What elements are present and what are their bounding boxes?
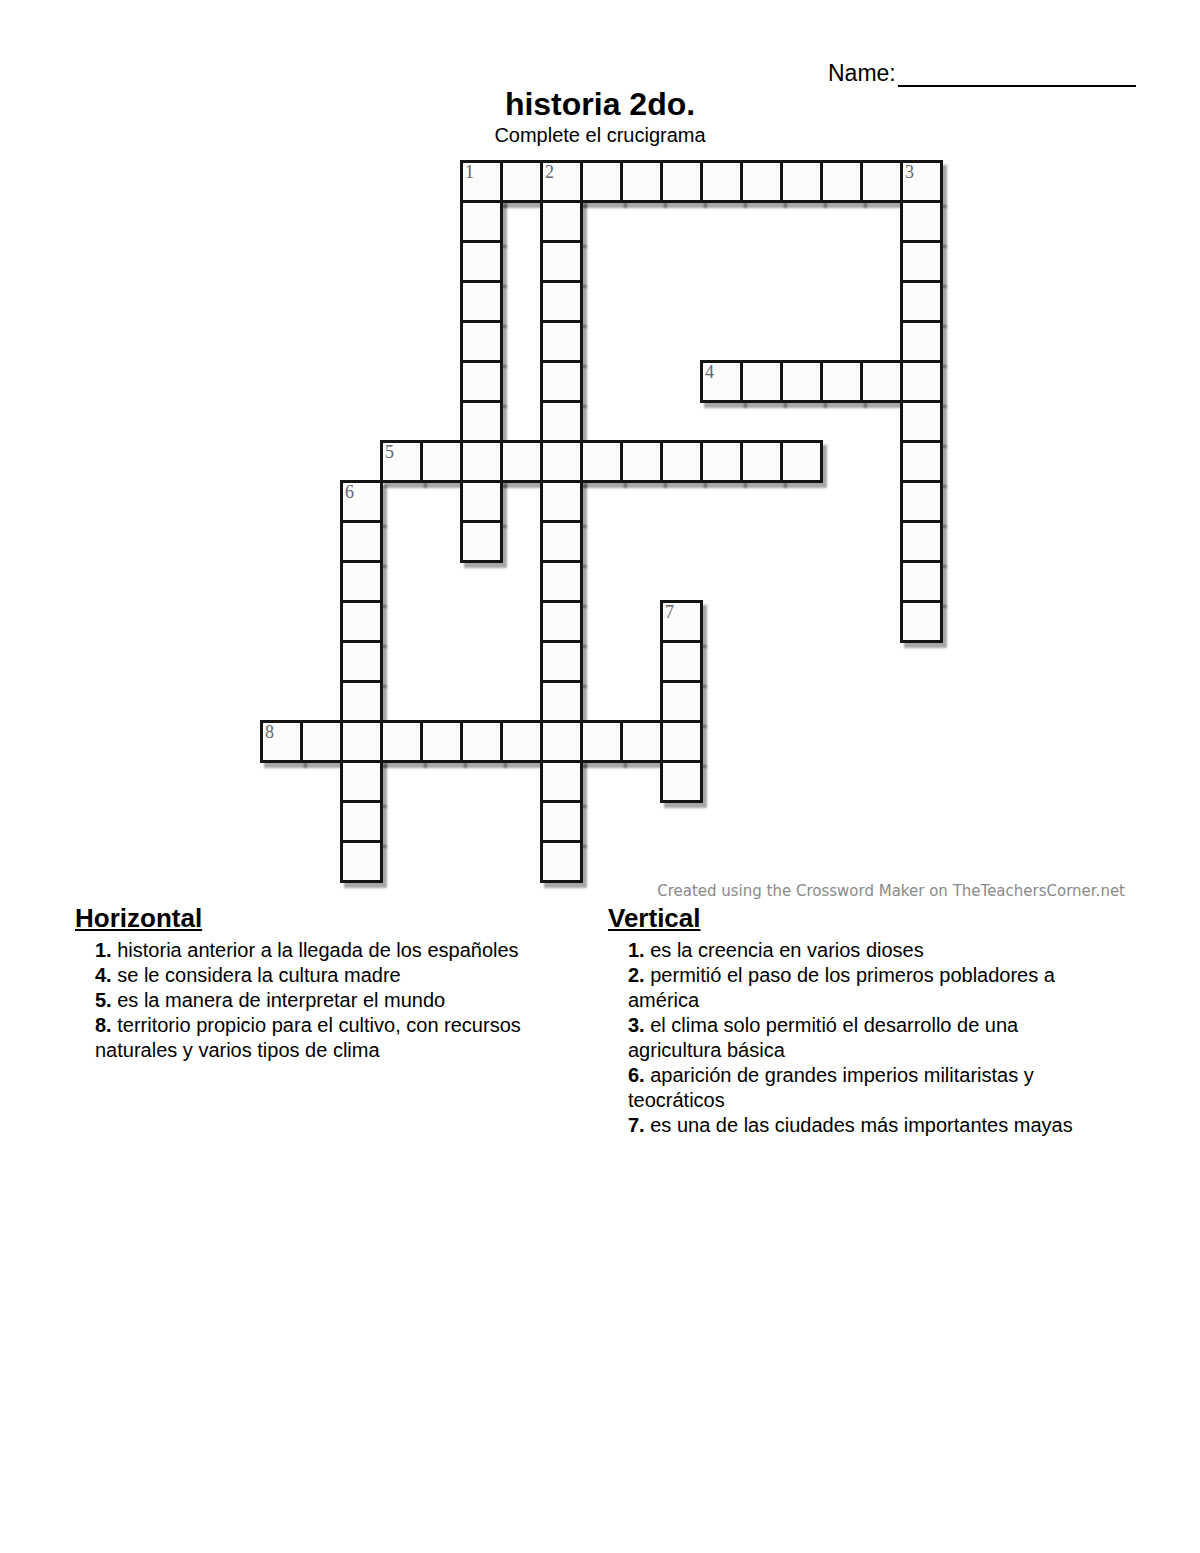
crossword-cell[interactable] <box>740 440 783 483</box>
crossword-cell[interactable] <box>900 440 943 483</box>
crossword-cell[interactable] <box>380 720 423 763</box>
crossword-cell[interactable] <box>340 760 383 803</box>
crossword-cell[interactable] <box>460 320 503 363</box>
crossword-cell[interactable] <box>860 360 903 403</box>
page-subtitle: Complete el crucigrama <box>0 124 1200 147</box>
clue-item-number: 6. <box>628 1064 645 1086</box>
crossword-cell[interactable] <box>900 200 943 243</box>
crossword-cell[interactable]: 4 <box>700 360 743 403</box>
crossword-cell[interactable] <box>540 720 583 763</box>
crossword-cell[interactable] <box>660 160 703 203</box>
crossword-cell[interactable] <box>660 760 703 803</box>
crossword-cell[interactable] <box>660 680 703 723</box>
name-blank-line[interactable] <box>898 61 1136 87</box>
down-clue-list: 1. es la creencia en varios dioses2. per… <box>628 938 1088 1138</box>
clue-item-number: 2. <box>628 964 645 986</box>
crossword-cell[interactable] <box>860 160 903 203</box>
crossword-cell[interactable] <box>500 160 543 203</box>
down-clues-section: Vertical 1. es la creencia en varios dio… <box>608 903 1098 1138</box>
crossword-cell[interactable] <box>820 160 863 203</box>
clue-item-number: 1. <box>628 939 645 961</box>
clue-item: 6. aparición de grandes imperios militar… <box>628 1063 1088 1113</box>
crossword-cell[interactable] <box>700 440 743 483</box>
crossword-cell[interactable] <box>900 360 943 403</box>
name-label: Name: <box>828 60 896 87</box>
clue-number: 1 <box>465 163 474 182</box>
down-heading: Vertical <box>608 903 1098 934</box>
crossword-cell[interactable] <box>500 720 543 763</box>
crossword-cell[interactable]: 6 <box>340 480 383 523</box>
crossword-cell[interactable] <box>540 440 583 483</box>
crossword-cell[interactable] <box>540 360 583 403</box>
crossword-cell[interactable] <box>900 320 943 363</box>
crossword-cell[interactable] <box>420 440 463 483</box>
clue-item: 2. permitió el paso de los primeros pobl… <box>628 963 1088 1013</box>
crossword-cell[interactable] <box>420 720 463 763</box>
across-clue-list: 1. historia anterior a la llegada de los… <box>95 938 555 1063</box>
crossword-cell[interactable] <box>540 680 583 723</box>
crossword-cell[interactable] <box>460 440 503 483</box>
crossword-cell[interactable] <box>900 520 943 563</box>
clue-number: 4 <box>705 363 714 382</box>
crossword-cell[interactable] <box>900 280 943 323</box>
crossword-cell[interactable] <box>540 640 583 683</box>
credit-line: Created using the Crossword Maker on The… <box>565 882 1125 900</box>
clue-item: 1. historia anterior a la llegada de los… <box>95 938 555 963</box>
crossword-cell[interactable] <box>900 240 943 283</box>
clue-item-number: 5. <box>95 989 112 1011</box>
crossword-cell[interactable] <box>460 400 503 443</box>
crossword-cell[interactable] <box>900 600 943 643</box>
crossword-cell[interactable] <box>780 440 823 483</box>
name-row: Name: <box>828 60 1136 87</box>
crossword-cell[interactable]: 3 <box>900 160 943 203</box>
crossword-cell[interactable] <box>820 360 863 403</box>
across-heading: Horizontal <box>75 903 565 934</box>
crossword-cell[interactable] <box>620 440 663 483</box>
crossword-cell[interactable] <box>540 600 583 643</box>
crossword-cell[interactable]: 8 <box>260 720 303 763</box>
clue-number: 7 <box>665 603 674 622</box>
crossword-cell[interactable]: 1 <box>460 160 503 203</box>
clue-number: 2 <box>545 163 554 182</box>
crossword-cell[interactable] <box>540 840 583 883</box>
crossword-cell[interactable] <box>900 480 943 523</box>
crossword-cell[interactable] <box>460 720 503 763</box>
crossword-cell[interactable] <box>540 240 583 283</box>
crossword-cell[interactable] <box>580 160 623 203</box>
crossword-cell[interactable] <box>460 520 503 563</box>
crossword-cell[interactable] <box>660 440 703 483</box>
clue-number: 3 <box>905 163 914 182</box>
crossword-cell[interactable] <box>540 320 583 363</box>
crossword-cell[interactable] <box>540 480 583 523</box>
worksheet-page: Name: historia 2do. Complete el crucigra… <box>0 0 1200 1553</box>
crossword-cell[interactable] <box>540 520 583 563</box>
crossword-cell[interactable] <box>500 440 543 483</box>
crossword-cell[interactable] <box>540 760 583 803</box>
crossword-cell[interactable] <box>540 200 583 243</box>
crossword-cell[interactable] <box>780 360 823 403</box>
clue-item-number: 4. <box>95 964 112 986</box>
crossword-cell[interactable] <box>340 680 383 723</box>
clue-item: 7. es una de las ciudades más importante… <box>628 1113 1088 1138</box>
crossword-cell[interactable] <box>540 800 583 843</box>
clue-item: 5. es la manera de interpretar el mundo <box>95 988 555 1013</box>
crossword-cell[interactable] <box>300 720 343 763</box>
crossword-cell[interactable] <box>460 280 503 323</box>
page-title: historia 2do. <box>0 86 1200 123</box>
crossword-cell[interactable] <box>460 480 503 523</box>
crossword-cell[interactable]: 7 <box>660 600 703 643</box>
crossword-cell[interactable] <box>540 280 583 323</box>
crossword-cell[interactable] <box>580 720 623 763</box>
clue-item: 8. territorio propicio para el cultivo, … <box>95 1013 555 1063</box>
crossword-cell[interactable] <box>580 440 623 483</box>
crossword-cell[interactable] <box>460 360 503 403</box>
crossword-cell[interactable] <box>340 840 383 883</box>
clue-item: 3. el clima solo permitió el desarrollo … <box>628 1013 1088 1063</box>
across-clues-section: Horizontal 1. historia anterior a la lle… <box>75 903 565 1063</box>
crossword-cell[interactable]: 2 <box>540 160 583 203</box>
crossword-cell[interactable] <box>340 600 383 643</box>
crossword-cell[interactable] <box>660 720 703 763</box>
crossword-cell[interactable] <box>700 160 743 203</box>
clue-item-number: 3. <box>628 1014 645 1036</box>
clue-number: 6 <box>345 483 354 502</box>
crossword-cell[interactable] <box>900 560 943 603</box>
crossword-cell[interactable]: 5 <box>380 440 423 483</box>
clue-item-number: 1. <box>95 939 112 961</box>
crossword-cell[interactable] <box>340 560 383 603</box>
crossword-cell[interactable] <box>900 400 943 443</box>
crossword-cell[interactable] <box>340 640 383 683</box>
crossword-cell[interactable] <box>460 240 503 283</box>
crossword-cell[interactable] <box>460 200 503 243</box>
clue-item: 4. se le considera la cultura madre <box>95 963 555 988</box>
crossword-cell[interactable] <box>780 160 823 203</box>
clue-number: 8 <box>265 723 274 742</box>
clue-item-number: 8. <box>95 1014 112 1036</box>
crossword-cell[interactable] <box>340 520 383 563</box>
crossword-cell[interactable] <box>340 800 383 843</box>
crossword-cell[interactable] <box>740 160 783 203</box>
crossword-cell[interactable] <box>540 560 583 603</box>
crossword-cell[interactable] <box>340 720 383 763</box>
crossword-cell[interactable] <box>620 720 663 763</box>
clue-number: 5 <box>385 443 394 462</box>
crossword-cell[interactable] <box>740 360 783 403</box>
crossword-grid: 12345678 <box>260 160 943 883</box>
clue-item-number: 7. <box>628 1114 645 1136</box>
crossword-cell[interactable] <box>620 160 663 203</box>
crossword-cell[interactable] <box>540 400 583 443</box>
crossword-cell[interactable] <box>660 640 703 683</box>
clue-item: 1. es la creencia en varios dioses <box>628 938 1088 963</box>
